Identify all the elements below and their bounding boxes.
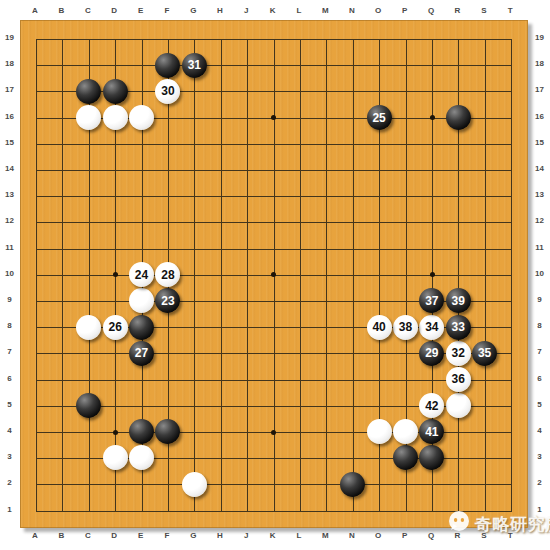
row-label-left-9: 9 [1, 295, 18, 305]
watermark: 奇略研究所 [448, 510, 550, 538]
row-label-right-7: 7 [531, 347, 548, 357]
stone-black-P3[interactable] [393, 445, 418, 470]
row-label-left-17: 17 [1, 85, 18, 95]
row-label-right-9: 9 [531, 295, 548, 305]
row-label-right-17: 17 [531, 85, 548, 95]
col-label-top-P: P [395, 6, 415, 15]
row-label-left-7: 7 [1, 347, 18, 357]
col-label-bottom-B: B [51, 531, 71, 540]
stone-white-E16[interactable] [129, 105, 154, 130]
stone-black-G18-move-31[interactable]: 31 [182, 53, 207, 78]
row-label-left-11: 11 [1, 243, 18, 253]
stone-white-F10-move-28[interactable]: 28 [155, 262, 180, 287]
stone-black-Q9-move-37[interactable]: 37 [419, 288, 444, 313]
col-label-top-C: C [78, 6, 98, 15]
row-label-right-15: 15 [531, 138, 548, 148]
col-label-top-Q: Q [421, 6, 441, 15]
col-label-top-A: A [25, 6, 45, 15]
stone-black-D17[interactable] [103, 79, 128, 104]
stone-white-Q8-move-34[interactable]: 34 [419, 315, 444, 340]
row-label-left-14: 14 [1, 164, 18, 174]
row-label-right-3: 3 [531, 452, 548, 462]
stone-black-F18[interactable] [155, 53, 180, 78]
row-label-right-8: 8 [531, 321, 548, 331]
col-label-top-F: F [157, 6, 177, 15]
go-board[interactable]: 2324252627282930313233343536373839404142 [20, 20, 528, 528]
col-label-top-N: N [342, 6, 362, 15]
row-label-left-3: 3 [1, 452, 18, 462]
col-label-top-M: M [315, 6, 335, 15]
stone-white-O8-move-40[interactable]: 40 [367, 315, 392, 340]
stone-white-E3[interactable] [129, 445, 154, 470]
col-label-top-S: S [474, 6, 494, 15]
col-label-bottom-J: J [236, 531, 256, 540]
row-label-left-13: 13 [1, 190, 18, 200]
stone-white-R6-move-36[interactable]: 36 [446, 367, 471, 392]
row-label-left-8: 8 [1, 321, 18, 331]
row-label-right-5: 5 [531, 400, 548, 410]
row-label-right-18: 18 [531, 59, 548, 69]
stone-white-E10-move-24[interactable]: 24 [129, 262, 154, 287]
col-label-bottom-A: A [25, 531, 45, 540]
row-label-right-6: 6 [531, 374, 548, 384]
stone-white-C8[interactable] [76, 315, 101, 340]
row-label-right-4: 4 [531, 426, 548, 436]
stone-black-F9-move-23[interactable]: 23 [155, 288, 180, 313]
row-label-right-2: 2 [531, 478, 548, 488]
col-label-bottom-Q: Q [421, 531, 441, 540]
stone-black-R8-move-33[interactable]: 33 [446, 315, 471, 340]
stone-white-R7-move-32[interactable]: 32 [446, 341, 471, 366]
stone-white-P4[interactable] [393, 419, 418, 444]
stone-white-E9[interactable] [129, 288, 154, 313]
go-diagram: 2324252627282930313233343536373839404142… [0, 0, 550, 550]
stone-black-E4[interactable] [129, 419, 154, 444]
stone-black-E7-move-27[interactable]: 27 [129, 341, 154, 366]
stone-white-G2[interactable] [182, 472, 207, 497]
col-label-top-G: G [183, 6, 203, 15]
col-label-bottom-N: N [342, 531, 362, 540]
row-label-right-10: 10 [531, 269, 548, 279]
row-label-left-5: 5 [1, 400, 18, 410]
col-label-top-B: B [51, 6, 71, 15]
col-label-bottom-G: G [183, 531, 203, 540]
col-label-top-H: H [210, 6, 230, 15]
col-label-top-E: E [131, 6, 151, 15]
col-label-bottom-K: K [263, 531, 283, 540]
stone-black-S7-move-35[interactable]: 35 [472, 341, 497, 366]
stone-black-R9-move-39[interactable]: 39 [446, 288, 471, 313]
col-label-top-T: T [500, 6, 520, 15]
col-label-bottom-M: M [315, 531, 335, 540]
stone-white-D3[interactable] [103, 445, 128, 470]
col-label-top-K: K [263, 6, 283, 15]
stone-white-F17-move-30[interactable]: 30 [155, 79, 180, 104]
stone-black-O16-move-25[interactable]: 25 [367, 105, 392, 130]
row-label-right-19: 19 [531, 33, 548, 43]
col-label-bottom-F: F [157, 531, 177, 540]
col-label-bottom-P: P [395, 531, 415, 540]
col-label-top-O: O [368, 6, 388, 15]
col-label-top-R: R [447, 6, 467, 15]
row-label-left-4: 4 [1, 426, 18, 436]
row-label-left-15: 15 [1, 138, 18, 148]
row-label-left-6: 6 [1, 374, 18, 384]
stone-black-F4[interactable] [155, 419, 180, 444]
stone-layer: 2324252627282930313233343536373839404142 [23, 26, 524, 524]
stone-black-E8[interactable] [129, 315, 154, 340]
stone-white-C16[interactable] [76, 105, 101, 130]
row-label-left-10: 10 [1, 269, 18, 279]
row-label-left-18: 18 [1, 59, 18, 69]
stone-black-R16[interactable] [446, 105, 471, 130]
row-label-left-16: 16 [1, 112, 18, 122]
col-label-bottom-C: C [78, 531, 98, 540]
stone-black-Q3[interactable] [419, 445, 444, 470]
row-label-right-11: 11 [531, 243, 548, 253]
stone-white-D8-move-26[interactable]: 26 [103, 315, 128, 340]
col-label-top-L: L [289, 6, 309, 15]
col-label-top-J: J [236, 6, 256, 15]
stone-black-Q4-move-41[interactable]: 41 [419, 419, 444, 444]
col-label-bottom-D: D [104, 531, 124, 540]
row-label-right-14: 14 [531, 164, 548, 174]
col-label-top-D: D [104, 6, 124, 15]
row-label-left-1: 1 [1, 505, 18, 515]
stone-white-O4[interactable] [367, 419, 392, 444]
col-label-bottom-L: L [289, 531, 309, 540]
wechat-icon [448, 510, 472, 538]
row-label-right-12: 12 [531, 216, 548, 226]
stone-white-Q5-move-42[interactable]: 42 [419, 393, 444, 418]
stone-white-D16[interactable] [103, 105, 128, 130]
stone-white-P8-move-38[interactable]: 38 [393, 315, 418, 340]
stone-black-N2[interactable] [340, 472, 365, 497]
row-label-right-16: 16 [531, 112, 548, 122]
stone-black-C17[interactable] [76, 79, 101, 104]
stone-black-C5[interactable] [76, 393, 101, 418]
stone-white-R5[interactable] [446, 393, 471, 418]
row-label-left-19: 19 [1, 33, 18, 43]
stone-black-Q7-move-29[interactable]: 29 [419, 341, 444, 366]
col-label-bottom-O: O [368, 531, 388, 540]
col-label-bottom-H: H [210, 531, 230, 540]
row-label-right-13: 13 [531, 190, 548, 200]
col-label-bottom-E: E [131, 531, 151, 540]
row-label-left-2: 2 [1, 478, 18, 488]
watermark-text: 奇略研究所 [475, 513, 550, 536]
row-label-left-12: 12 [1, 216, 18, 226]
